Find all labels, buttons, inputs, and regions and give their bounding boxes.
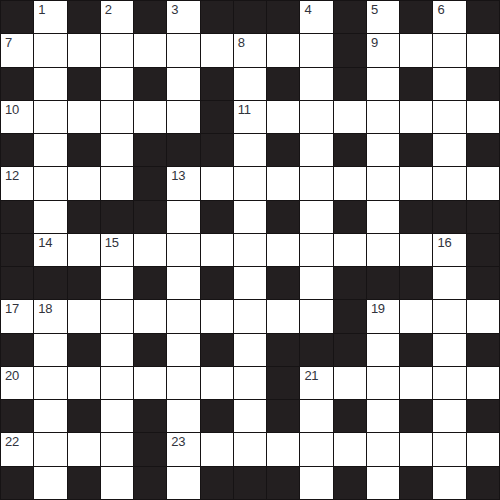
white-cell[interactable] (167, 68, 199, 100)
black-cell (400, 201, 432, 233)
white-cell[interactable] (201, 433, 233, 465)
black-cell (334, 300, 366, 332)
white-cell[interactable] (367, 400, 399, 432)
clue-number: 3 (171, 2, 178, 17)
white-cell[interactable] (300, 433, 332, 465)
black-cell (68, 267, 100, 299)
black-cell (1, 134, 33, 166)
black-cell (201, 68, 233, 100)
white-cell[interactable] (134, 101, 166, 133)
white-cell[interactable] (300, 234, 332, 266)
black-cell (433, 201, 465, 233)
white-cell[interactable] (34, 334, 66, 366)
white-cell[interactable] (467, 167, 499, 199)
white-cell[interactable] (467, 34, 499, 66)
black-cell (334, 267, 366, 299)
black-cell (400, 400, 432, 432)
clue-number: 18 (38, 301, 52, 316)
black-cell (334, 34, 366, 66)
white-cell[interactable] (400, 367, 432, 399)
white-cell[interactable] (167, 367, 199, 399)
white-cell[interactable] (433, 467, 465, 499)
white-cell[interactable] (367, 467, 399, 499)
black-cell (134, 467, 166, 499)
white-cell[interactable] (334, 101, 366, 133)
white-cell[interactable] (101, 267, 133, 299)
white-cell[interactable]: 8 (234, 34, 266, 66)
white-cell[interactable] (201, 367, 233, 399)
black-cell (367, 267, 399, 299)
white-cell[interactable] (467, 367, 499, 399)
white-cell[interactable] (101, 367, 133, 399)
black-cell (134, 134, 166, 166)
white-cell[interactable]: 7 (1, 34, 33, 66)
clue-number: 21 (304, 368, 318, 383)
clue-number: 22 (5, 434, 19, 449)
white-cell[interactable] (68, 167, 100, 199)
black-cell (134, 1, 166, 33)
black-cell (201, 467, 233, 499)
white-cell[interactable] (334, 234, 366, 266)
white-cell[interactable] (400, 300, 432, 332)
white-cell[interactable] (467, 101, 499, 133)
black-cell (300, 334, 332, 366)
black-cell (267, 134, 299, 166)
white-cell[interactable] (68, 234, 100, 266)
black-cell (134, 400, 166, 432)
white-cell[interactable] (101, 34, 133, 66)
white-cell[interactable] (433, 334, 465, 366)
black-cell (234, 467, 266, 499)
white-cell[interactable] (167, 334, 199, 366)
white-cell[interactable] (68, 300, 100, 332)
black-cell (400, 334, 432, 366)
white-cell[interactable]: 14 (34, 234, 66, 266)
white-cell[interactable] (234, 367, 266, 399)
black-cell (467, 334, 499, 366)
white-cell[interactable] (201, 234, 233, 266)
white-cell[interactable] (234, 267, 266, 299)
black-cell (400, 467, 432, 499)
white-cell[interactable]: 5 (367, 1, 399, 33)
black-cell (334, 201, 366, 233)
clue-number: 10 (5, 102, 19, 117)
black-cell (68, 201, 100, 233)
white-cell[interactable] (433, 400, 465, 432)
white-cell[interactable] (34, 167, 66, 199)
white-cell[interactable] (201, 167, 233, 199)
black-cell (68, 1, 100, 33)
white-cell[interactable] (201, 300, 233, 332)
white-cell[interactable] (367, 334, 399, 366)
white-cell[interactable] (167, 267, 199, 299)
black-cell (1, 234, 33, 266)
white-cell[interactable] (34, 400, 66, 432)
white-cell[interactable] (34, 101, 66, 133)
white-cell[interactable] (300, 300, 332, 332)
white-cell[interactable] (167, 300, 199, 332)
white-cell[interactable] (467, 433, 499, 465)
black-cell (400, 134, 432, 166)
white-cell[interactable] (167, 101, 199, 133)
clue-number: 13 (171, 168, 185, 183)
white-cell[interactable] (400, 101, 432, 133)
white-cell[interactable]: 15 (101, 234, 133, 266)
white-cell[interactable] (34, 68, 66, 100)
white-cell[interactable]: 18 (34, 300, 66, 332)
black-cell (267, 367, 299, 399)
black-cell (201, 134, 233, 166)
clue-number: 5 (371, 2, 378, 17)
black-cell (334, 467, 366, 499)
black-cell (334, 334, 366, 366)
black-cell (1, 68, 33, 100)
black-cell (201, 400, 233, 432)
clue-number: 17 (5, 301, 19, 316)
clue-number: 16 (437, 235, 451, 250)
clue-number: 6 (437, 2, 444, 17)
white-cell[interactable] (101, 433, 133, 465)
white-cell[interactable] (367, 167, 399, 199)
black-cell (68, 400, 100, 432)
white-cell[interactable] (433, 300, 465, 332)
black-cell (467, 201, 499, 233)
white-cell[interactable] (234, 68, 266, 100)
clue-number: 2 (105, 2, 112, 17)
black-cell (1, 201, 33, 233)
white-cell[interactable] (34, 433, 66, 465)
white-cell[interactable] (367, 134, 399, 166)
white-cell[interactable] (234, 433, 266, 465)
white-cell[interactable]: 23 (167, 433, 199, 465)
white-cell[interactable]: 13 (167, 167, 199, 199)
white-cell[interactable] (400, 34, 432, 66)
white-cell[interactable]: 1 (34, 1, 66, 33)
black-cell (1, 400, 33, 432)
white-cell[interactable] (334, 367, 366, 399)
white-cell[interactable] (68, 101, 100, 133)
white-cell[interactable] (367, 433, 399, 465)
black-cell (134, 433, 166, 465)
white-cell[interactable] (334, 167, 366, 199)
black-cell (68, 134, 100, 166)
black-cell (467, 68, 499, 100)
black-cell (267, 1, 299, 33)
white-cell[interactable] (101, 400, 133, 432)
clue-number: 19 (371, 301, 385, 316)
white-cell[interactable] (234, 201, 266, 233)
white-cell[interactable]: 4 (300, 1, 332, 33)
white-cell[interactable] (134, 234, 166, 266)
white-cell[interactable] (367, 367, 399, 399)
white-cell[interactable]: 16 (433, 234, 465, 266)
white-cell[interactable] (433, 267, 465, 299)
white-cell[interactable] (167, 234, 199, 266)
black-cell (334, 1, 366, 33)
black-cell (1, 267, 33, 299)
white-cell[interactable] (467, 300, 499, 332)
white-cell[interactable]: 10 (1, 101, 33, 133)
black-cell (400, 68, 432, 100)
white-cell[interactable]: 12 (1, 167, 33, 199)
white-cell[interactable] (400, 167, 432, 199)
white-cell[interactable] (267, 234, 299, 266)
white-cell[interactable] (300, 101, 332, 133)
black-cell (134, 334, 166, 366)
white-cell[interactable] (34, 367, 66, 399)
white-cell[interactable]: 9 (367, 34, 399, 66)
white-cell[interactable] (34, 467, 66, 499)
white-cell[interactable]: 3 (167, 1, 199, 33)
clue-number: 20 (5, 368, 19, 383)
black-cell (201, 201, 233, 233)
black-cell (1, 1, 33, 33)
white-cell[interactable] (300, 267, 332, 299)
clue-number: 4 (304, 2, 311, 17)
white-cell[interactable]: 22 (1, 433, 33, 465)
black-cell (334, 134, 366, 166)
black-cell (467, 1, 499, 33)
white-cell[interactable] (300, 400, 332, 432)
white-cell[interactable] (101, 68, 133, 100)
white-cell[interactable] (433, 167, 465, 199)
black-cell (201, 267, 233, 299)
white-cell[interactable]: 6 (433, 1, 465, 33)
clue-number: 23 (171, 434, 185, 449)
black-cell (201, 101, 233, 133)
clue-number: 8 (238, 35, 245, 50)
black-cell (134, 267, 166, 299)
white-cell[interactable] (300, 167, 332, 199)
white-cell[interactable] (367, 101, 399, 133)
white-cell[interactable] (134, 367, 166, 399)
white-cell[interactable] (34, 134, 66, 166)
black-cell (467, 234, 499, 266)
black-cell (267, 267, 299, 299)
white-cell[interactable] (300, 134, 332, 166)
black-cell (467, 400, 499, 432)
white-cell[interactable] (34, 34, 66, 66)
black-cell (267, 467, 299, 499)
white-cell[interactable] (433, 134, 465, 166)
white-cell[interactable] (234, 334, 266, 366)
clue-number: 7 (5, 35, 12, 50)
white-cell[interactable] (167, 467, 199, 499)
white-cell[interactable] (234, 234, 266, 266)
black-cell (400, 1, 432, 33)
black-cell (201, 1, 233, 33)
white-cell[interactable] (234, 400, 266, 432)
white-cell[interactable] (101, 300, 133, 332)
white-cell[interactable] (134, 300, 166, 332)
white-cell[interactable]: 11 (234, 101, 266, 133)
black-cell (267, 334, 299, 366)
white-cell[interactable] (433, 433, 465, 465)
white-cell[interactable] (300, 467, 332, 499)
white-cell[interactable] (234, 300, 266, 332)
white-cell[interactable] (267, 34, 299, 66)
black-cell (267, 68, 299, 100)
white-cell[interactable] (201, 34, 233, 66)
crossword-grid: 1234567891011121314151617181920212223 (0, 0, 500, 500)
white-cell[interactable] (101, 101, 133, 133)
black-cell (134, 167, 166, 199)
white-cell[interactable] (400, 234, 432, 266)
white-cell[interactable] (267, 433, 299, 465)
white-cell[interactable] (433, 367, 465, 399)
white-cell[interactable] (433, 68, 465, 100)
white-cell[interactable] (300, 201, 332, 233)
white-cell[interactable] (433, 34, 465, 66)
white-cell[interactable] (134, 34, 166, 66)
white-cell[interactable]: 21 (300, 367, 332, 399)
white-cell[interactable] (300, 68, 332, 100)
clue-number: 15 (105, 235, 119, 250)
white-cell[interactable] (68, 367, 100, 399)
white-cell[interactable] (167, 201, 199, 233)
black-cell (267, 400, 299, 432)
white-cell[interactable] (234, 167, 266, 199)
white-cell[interactable] (334, 433, 366, 465)
black-cell (400, 267, 432, 299)
black-cell (334, 68, 366, 100)
clue-number: 1 (38, 2, 45, 17)
white-cell[interactable] (68, 433, 100, 465)
white-cell[interactable] (267, 167, 299, 199)
clue-number: 12 (5, 168, 19, 183)
white-cell[interactable] (367, 68, 399, 100)
white-cell[interactable] (167, 34, 199, 66)
white-cell[interactable] (433, 101, 465, 133)
clue-number: 9 (371, 35, 378, 50)
black-cell (68, 334, 100, 366)
black-cell (167, 134, 199, 166)
black-cell (467, 134, 499, 166)
black-cell (467, 267, 499, 299)
white-cell[interactable]: 20 (1, 367, 33, 399)
white-cell[interactable] (101, 167, 133, 199)
black-cell (34, 267, 66, 299)
clue-number: 11 (238, 102, 251, 117)
white-cell[interactable] (234, 134, 266, 166)
white-cell[interactable] (267, 101, 299, 133)
white-cell[interactable] (267, 300, 299, 332)
black-cell (134, 201, 166, 233)
white-cell[interactable]: 19 (367, 300, 399, 332)
black-cell (201, 334, 233, 366)
white-cell[interactable] (101, 134, 133, 166)
white-cell[interactable] (167, 400, 199, 432)
white-cell[interactable] (367, 201, 399, 233)
white-cell[interactable]: 17 (1, 300, 33, 332)
black-cell (1, 334, 33, 366)
white-cell[interactable] (300, 34, 332, 66)
black-cell (68, 467, 100, 499)
black-cell (267, 201, 299, 233)
clue-number: 14 (38, 235, 52, 250)
white-cell[interactable] (101, 467, 133, 499)
black-cell (101, 201, 133, 233)
white-cell[interactable]: 2 (101, 1, 133, 33)
black-cell (334, 400, 366, 432)
black-cell (467, 467, 499, 499)
black-cell (234, 1, 266, 33)
white-cell[interactable] (400, 433, 432, 465)
black-cell (134, 68, 166, 100)
white-cell[interactable] (34, 201, 66, 233)
black-cell (68, 68, 100, 100)
white-cell[interactable] (101, 334, 133, 366)
white-cell[interactable] (367, 234, 399, 266)
black-cell (1, 467, 33, 499)
white-cell[interactable] (68, 34, 100, 66)
